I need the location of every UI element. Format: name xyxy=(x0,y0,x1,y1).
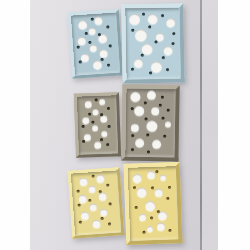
round-hole xyxy=(90,45,97,52)
left-white-margin xyxy=(0,0,30,250)
round-hole xyxy=(147,226,153,232)
small-pin-hole xyxy=(108,125,111,128)
small-pin-hole xyxy=(148,26,151,29)
round-hole xyxy=(131,123,139,131)
small-pin-hole xyxy=(133,186,136,189)
round-hole xyxy=(155,189,163,197)
round-hole xyxy=(166,18,175,27)
small-pin-hole xyxy=(107,184,110,187)
tray-large-blue-face xyxy=(125,8,180,80)
round-hole xyxy=(100,209,107,216)
small-pin-hole xyxy=(140,54,143,57)
tray-large-yellow xyxy=(124,162,183,245)
round-hole xyxy=(94,17,103,26)
small-pin-hole xyxy=(79,61,82,64)
small-pin-hole xyxy=(88,40,91,43)
small-pin-hole xyxy=(161,14,164,17)
round-hole xyxy=(134,29,146,41)
round-hole xyxy=(145,201,155,211)
small-pin-hole xyxy=(143,102,146,105)
round-hole xyxy=(90,203,97,210)
round-hole xyxy=(134,58,143,67)
backdrop-right-strip xyxy=(202,0,218,250)
round-hole xyxy=(163,46,172,55)
round-hole xyxy=(96,174,105,183)
tray-large-blue xyxy=(121,3,184,83)
tray-large-gray xyxy=(121,85,179,162)
round-hole xyxy=(93,109,99,115)
right-white-margin xyxy=(218,0,250,250)
small-pin-hole xyxy=(91,175,94,178)
small-pin-hole xyxy=(157,211,160,214)
small-pin-hole xyxy=(107,223,110,226)
small-pin-hole xyxy=(131,68,134,71)
round-hole xyxy=(147,14,157,24)
round-hole xyxy=(100,49,109,58)
photo-canvas xyxy=(0,0,250,250)
small-pin-hole xyxy=(159,103,162,106)
tray-small-yellow xyxy=(68,167,125,238)
small-pin-hole xyxy=(106,143,109,146)
tray-small-gray-face xyxy=(77,95,118,154)
tray-large-gray-face xyxy=(125,89,175,158)
small-pin-hole xyxy=(88,113,91,116)
round-hole xyxy=(80,53,89,62)
round-hole xyxy=(157,222,165,230)
small-pin-hole xyxy=(172,32,175,35)
tray-large-yellow-face xyxy=(128,166,179,241)
small-pin-hole xyxy=(163,135,166,138)
round-hole xyxy=(82,117,89,124)
small-pin-hole xyxy=(82,140,85,143)
round-hole xyxy=(151,107,159,115)
tray-small-blue-face xyxy=(71,13,120,76)
round-hole xyxy=(147,121,158,132)
small-pin-hole xyxy=(162,117,165,120)
small-pin-hole xyxy=(135,206,138,209)
small-pin-hole xyxy=(151,187,154,190)
tray-small-yellow-face xyxy=(71,170,121,235)
small-pin-hole xyxy=(79,220,82,223)
small-pin-hole xyxy=(100,58,103,61)
small-pin-hole xyxy=(100,138,103,141)
small-pin-hole xyxy=(77,204,80,207)
small-pin-hole xyxy=(108,202,111,205)
round-hole xyxy=(135,139,144,148)
small-pin-hole xyxy=(169,229,172,232)
tray-small-gray xyxy=(74,92,121,158)
small-pin-hole xyxy=(150,217,153,220)
small-pin-hole xyxy=(108,44,111,47)
small-pin-hole xyxy=(146,133,149,136)
small-pin-hole xyxy=(77,46,80,49)
small-pin-hole xyxy=(142,13,145,16)
small-pin-hole xyxy=(166,69,169,72)
round-hole xyxy=(132,174,141,183)
small-pin-hole xyxy=(143,231,146,234)
round-hole xyxy=(92,125,98,131)
small-pin-hole xyxy=(131,108,134,111)
small-pin-hole xyxy=(84,32,87,35)
small-pin-hole xyxy=(100,113,103,116)
round-hole xyxy=(146,171,154,179)
round-hole xyxy=(94,141,101,148)
small-pin-hole xyxy=(131,29,134,32)
round-hole xyxy=(78,37,87,46)
round-hole xyxy=(165,122,171,128)
small-pin-hole xyxy=(106,26,109,29)
small-pin-hole xyxy=(147,150,150,153)
round-hole xyxy=(151,61,162,72)
backdrop-seam-line xyxy=(200,0,202,250)
small-pin-hole xyxy=(91,121,94,124)
round-hole xyxy=(160,174,166,180)
small-pin-hole xyxy=(81,125,84,128)
round-hole xyxy=(131,92,141,102)
round-hole xyxy=(147,91,156,100)
round-hole xyxy=(78,195,87,204)
round-hole xyxy=(80,177,89,186)
round-hole xyxy=(92,60,102,70)
round-hole xyxy=(139,214,146,221)
small-pin-hole xyxy=(90,17,93,20)
round-hole xyxy=(134,106,144,116)
small-pin-hole xyxy=(166,197,169,200)
small-pin-hole xyxy=(149,72,152,75)
small-pin-hole xyxy=(94,99,97,102)
small-pin-hole xyxy=(168,186,171,189)
round-hole xyxy=(88,28,95,35)
round-hole xyxy=(99,99,105,105)
small-pin-hole xyxy=(155,170,158,173)
round-hole xyxy=(85,101,92,108)
small-pin-hole xyxy=(162,56,165,59)
round-hole xyxy=(129,13,140,24)
round-hole xyxy=(78,20,88,30)
small-pin-hole xyxy=(100,217,103,220)
round-hole xyxy=(101,131,107,137)
round-hole xyxy=(89,185,96,192)
round-hole xyxy=(142,44,153,55)
small-pin-hole xyxy=(167,109,170,112)
round-hole xyxy=(152,140,161,149)
small-pin-hole xyxy=(171,42,174,45)
small-pin-hole xyxy=(107,63,110,66)
small-pin-hole xyxy=(161,96,164,99)
small-pin-hole xyxy=(154,41,157,44)
small-pin-hole xyxy=(77,190,80,193)
round-hole xyxy=(156,33,164,41)
small-pin-hole xyxy=(145,117,148,120)
round-hole xyxy=(81,212,90,221)
round-hole xyxy=(136,187,146,197)
small-pin-hole xyxy=(131,148,134,151)
small-pin-hole xyxy=(132,134,135,137)
round-hole xyxy=(84,133,91,140)
round-hole xyxy=(92,220,101,229)
small-pin-hole xyxy=(88,199,91,202)
small-pin-hole xyxy=(107,107,110,110)
tray-small-blue xyxy=(68,9,123,78)
